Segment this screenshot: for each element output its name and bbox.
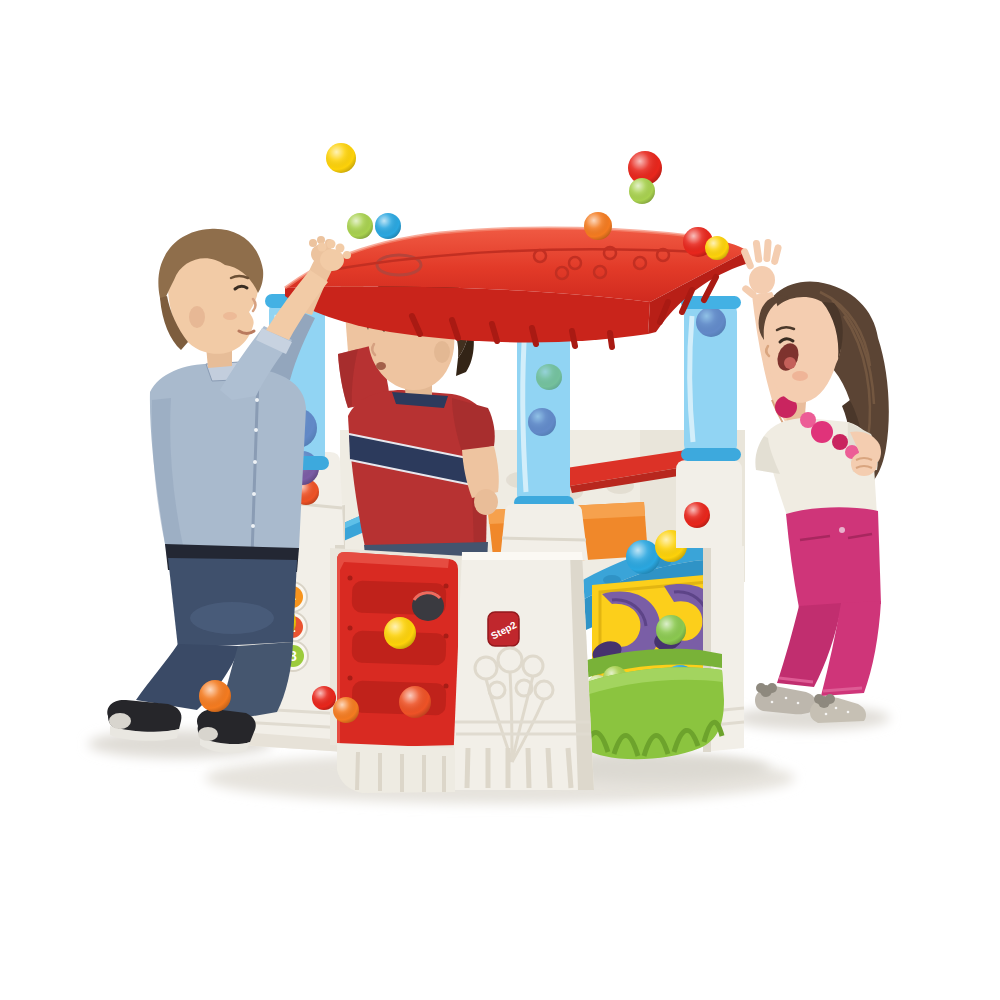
play-ball-green: [347, 213, 373, 239]
scene-canvas: 4 2 8: [0, 0, 1000, 1000]
play-ball-orange: [199, 680, 231, 712]
girl-fist-left: [851, 452, 877, 476]
boy-left-blush: [223, 312, 237, 320]
boy-left-toecap-near: [109, 713, 131, 729]
base-skirt-face: [337, 743, 455, 793]
tube-right-rim-bottom: [681, 448, 741, 461]
girl-tongue: [784, 357, 796, 369]
play-ball-red: [312, 686, 336, 710]
play-ball-green: [629, 178, 655, 204]
column-right-base: [676, 460, 742, 548]
base-skirt: [337, 743, 455, 793]
boy-middle-hand-left: [474, 489, 498, 515]
chute-ball-layer: [656, 615, 686, 645]
column-center-base: [500, 504, 588, 560]
play-ball-red-orange: [399, 686, 431, 718]
boy-left-nose: [253, 299, 256, 311]
step2-badge: Step2: [488, 612, 519, 646]
column-center-base-groove: [502, 538, 586, 540]
pillar-center-top-edge: [462, 552, 583, 560]
play-ball-yellow: [326, 143, 356, 173]
play-ball-orange: [333, 697, 359, 723]
play-ball-red: [684, 502, 710, 528]
play-ball-orange: [584, 212, 612, 240]
girl-pants-button: [839, 527, 845, 533]
play-ball-green: [656, 615, 686, 645]
play-ball-blue: [375, 213, 401, 239]
boy-middle-mouth: [376, 362, 386, 370]
right-knob-layer: [684, 502, 710, 528]
play-ball-blue: [626, 540, 660, 574]
boy-middle-ear: [434, 341, 450, 363]
girl-right: [740, 239, 889, 723]
loose-ball-layer: [199, 680, 231, 712]
product-photo: 4 2 8: [0, 0, 1000, 1000]
boy-left-ear: [189, 306, 205, 328]
pillar-center: Step2: [452, 552, 594, 790]
boy-left-toecap-far: [198, 727, 218, 741]
girl-pants-hips: [786, 507, 881, 608]
play-ball-yellow: [705, 236, 729, 260]
girl-blush: [792, 371, 808, 381]
play-ball-yellow: [384, 617, 416, 649]
boy-left-jeans-wash: [190, 602, 274, 634]
